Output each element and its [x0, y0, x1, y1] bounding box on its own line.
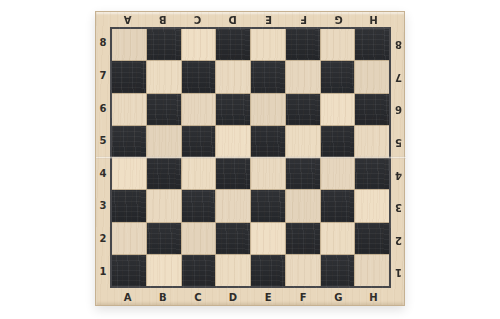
file-label-top-d: D	[215, 12, 250, 27]
rank-label-right-1: 1	[391, 255, 406, 288]
square-f2	[286, 223, 320, 254]
square-a2	[112, 223, 146, 254]
square-g3	[321, 190, 355, 221]
square-g1	[321, 255, 355, 286]
square-b4	[147, 158, 181, 189]
rank-labels-left: 87654321	[96, 27, 110, 288]
square-g8	[321, 29, 355, 60]
square-b8	[147, 29, 181, 60]
square-d3	[216, 190, 250, 221]
square-b3	[147, 190, 181, 221]
rank-label-left-3: 3	[96, 190, 110, 223]
square-g4	[321, 158, 355, 189]
rank-label-right-3: 3	[391, 190, 406, 223]
square-e7	[251, 61, 285, 92]
rank-label-left-6: 6	[96, 92, 110, 125]
file-label-top-a: A	[110, 12, 145, 27]
square-a3	[112, 190, 146, 221]
square-c1	[182, 255, 216, 286]
square-d2	[216, 223, 250, 254]
file-label-bottom-b: B	[145, 288, 180, 307]
square-h8	[355, 29, 389, 60]
rank-labels-right: 87654321	[391, 27, 406, 288]
square-d7	[216, 61, 250, 92]
square-b2	[147, 223, 181, 254]
square-e1	[251, 255, 285, 286]
rank-label-left-2: 2	[96, 223, 110, 256]
square-c5	[182, 126, 216, 157]
rank-label-left-1: 1	[96, 255, 110, 288]
file-label-top-e: E	[251, 12, 286, 27]
file-label-bottom-f: F	[286, 288, 321, 307]
square-g6	[321, 94, 355, 125]
file-label-top-c: C	[180, 12, 215, 27]
square-d6	[216, 94, 250, 125]
square-h3	[355, 190, 389, 221]
square-c3	[182, 190, 216, 221]
square-a5	[112, 126, 146, 157]
rank-label-right-5: 5	[391, 125, 406, 158]
square-h5	[355, 126, 389, 157]
file-label-bottom-a: A	[110, 288, 145, 307]
square-e4	[251, 158, 285, 189]
photo-background: ABCDEFGH 87654321 87654321 ABCDEFGH	[0, 0, 500, 319]
square-a4	[112, 158, 146, 189]
square-h2	[355, 223, 389, 254]
file-label-bottom-e: E	[251, 288, 286, 307]
square-f7	[286, 61, 320, 92]
square-h6	[355, 94, 389, 125]
file-label-bottom-g: G	[321, 288, 356, 307]
square-c7	[182, 61, 216, 92]
square-e3	[251, 190, 285, 221]
square-e5	[251, 126, 285, 157]
file-label-top-g: G	[321, 12, 356, 27]
square-f1	[286, 255, 320, 286]
file-label-top-f: F	[286, 12, 321, 27]
square-d8	[216, 29, 250, 60]
square-c6	[182, 94, 216, 125]
file-labels-top: ABCDEFGH	[110, 12, 391, 27]
rank-label-right-4: 4	[391, 158, 406, 191]
square-h1	[355, 255, 389, 286]
square-e6	[251, 94, 285, 125]
square-f8	[286, 29, 320, 60]
square-b5	[147, 126, 181, 157]
square-h7	[355, 61, 389, 92]
square-d1	[216, 255, 250, 286]
square-b6	[147, 94, 181, 125]
square-b7	[147, 61, 181, 92]
rank-label-left-7: 7	[96, 60, 110, 93]
square-a7	[112, 61, 146, 92]
rank-label-right-6: 6	[391, 92, 406, 125]
square-a6	[112, 94, 146, 125]
square-h4	[355, 158, 389, 189]
rank-label-right-7: 7	[391, 60, 406, 93]
square-a1	[112, 255, 146, 286]
square-f3	[286, 190, 320, 221]
square-d5	[216, 126, 250, 157]
square-f6	[286, 94, 320, 125]
square-f4	[286, 158, 320, 189]
rank-label-left-4: 4	[96, 158, 110, 191]
file-label-top-h: H	[356, 12, 391, 27]
chess-board: ABCDEFGH 87654321 87654321 ABCDEFGH	[95, 11, 405, 306]
file-labels-bottom: ABCDEFGH	[110, 288, 391, 307]
rank-label-left-8: 8	[96, 27, 110, 60]
square-d4	[216, 158, 250, 189]
square-f5	[286, 126, 320, 157]
square-g7	[321, 61, 355, 92]
square-a8	[112, 29, 146, 60]
square-e2	[251, 223, 285, 254]
square-c8	[182, 29, 216, 60]
file-label-top-b: B	[145, 12, 180, 27]
square-e8	[251, 29, 285, 60]
square-c4	[182, 158, 216, 189]
square-g5	[321, 126, 355, 157]
rank-label-right-2: 2	[391, 223, 406, 256]
rank-label-left-5: 5	[96, 125, 110, 158]
square-b1	[147, 255, 181, 286]
file-label-bottom-h: H	[356, 288, 391, 307]
file-label-bottom-c: C	[180, 288, 215, 307]
square-c2	[182, 223, 216, 254]
playing-field	[110, 27, 391, 288]
square-g2	[321, 223, 355, 254]
rank-label-right-8: 8	[391, 27, 406, 60]
file-label-bottom-d: D	[215, 288, 250, 307]
